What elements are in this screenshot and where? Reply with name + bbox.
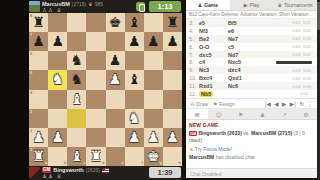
piece-black-bishop[interactable]: ♝ bbox=[128, 13, 141, 32]
rank-label-2: 2 bbox=[30, 129, 32, 133]
file-label-e: e bbox=[121, 161, 123, 165]
nav-flip-board-button[interactable]: ↻ bbox=[299, 101, 304, 107]
move-row-10: 10.Bxc4Qxd10:020:03 bbox=[186, 74, 317, 82]
piece-black-bishop[interactable]: ♝ bbox=[128, 70, 141, 89]
left-dark-gutter bbox=[0, 0, 29, 180]
move-row-6: 6.O-Oc50:010:02 bbox=[186, 43, 317, 51]
piece-white-rook[interactable]: ♜ bbox=[90, 147, 103, 166]
move-4-b[interactable]: e6 bbox=[228, 28, 257, 34]
piece-black-pawn[interactable]: ♟ bbox=[166, 32, 179, 51]
square-f1[interactable]: f bbox=[125, 147, 144, 166]
square-c8[interactable] bbox=[67, 13, 86, 32]
move-number: 4. bbox=[186, 28, 199, 34]
square-a7[interactable]: 7♟ bbox=[29, 32, 48, 51]
game-tab-icon: ♟ bbox=[198, 2, 202, 8]
bottom-player-avatar[interactable] bbox=[29, 167, 40, 178]
star-icon: ★ bbox=[189, 146, 193, 152]
square-b4[interactable] bbox=[48, 90, 67, 109]
square-f3[interactable]: ♞ bbox=[125, 109, 144, 128]
move-row-5: 5.Be2Ne70:020:03 bbox=[186, 35, 317, 43]
piece-black-rook[interactable]: ♜ bbox=[32, 13, 45, 32]
trophy-icon: ♛ bbox=[88, 1, 92, 7]
emotes-tab[interactable]: ☺ bbox=[208, 109, 230, 119]
move-times: 0:010:02 bbox=[292, 44, 317, 49]
move-times: 0:010:01 bbox=[292, 20, 317, 25]
square-f7[interactable]: ♟ bbox=[125, 32, 144, 51]
top-player-clock: 1:13 bbox=[149, 1, 181, 12]
file-label-b: b bbox=[64, 161, 66, 165]
square-f4[interactable] bbox=[125, 90, 144, 109]
resign-button[interactable]: ⚑ Resign bbox=[213, 101, 235, 107]
square-a5[interactable]: 5 bbox=[29, 70, 48, 89]
square-e4[interactable] bbox=[106, 90, 125, 109]
square-f8[interactable]: ♝ bbox=[125, 13, 144, 32]
square-a3[interactable]: 3 bbox=[29, 109, 48, 128]
top-player-bar: MarcusBM (2715) ♛ 985 ♙♙ ♕ 1:13 bbox=[29, 0, 182, 13]
file-label-c: c bbox=[83, 161, 85, 165]
square-e7[interactable] bbox=[106, 32, 125, 51]
move-row-4: 4.Nf3e60:010:02 bbox=[186, 27, 317, 35]
rank-label-5: 5 bbox=[30, 71, 32, 75]
move-row-3: 3.e5Bf50:010:01 bbox=[186, 19, 317, 27]
square-e5[interactable]: ♟ bbox=[106, 70, 125, 89]
square-h6[interactable] bbox=[163, 51, 182, 70]
nav-next-button[interactable]: ▶ bbox=[282, 101, 286, 107]
play-tab-icon: ▶ bbox=[244, 2, 248, 8]
move-12-w[interactable]: Nb5 bbox=[199, 91, 228, 97]
square-g7[interactable]: ♟ bbox=[144, 32, 163, 51]
us-flag-icon bbox=[102, 168, 109, 173]
top-player-trophy-count: 985 bbox=[95, 1, 103, 7]
square-h8[interactable]: ♜ bbox=[163, 13, 182, 32]
move-number: 10. bbox=[186, 75, 199, 81]
rank-label-4: 4 bbox=[30, 91, 32, 95]
nav-prev-button[interactable]: ◀ bbox=[274, 101, 278, 107]
chess-board[interactable]: 8♜♚♝♜7♟♟♟♟♟6♞♟5♞♞♟♝4♝3♞2♟♟♟♟♟1a♜bc♝d♜efg… bbox=[29, 13, 182, 166]
move-11-b[interactable]: Nc6 bbox=[228, 83, 257, 89]
move-navigation: |◀◀▶▶|↻⋮ bbox=[265, 101, 313, 107]
square-h1[interactable]: h bbox=[163, 147, 182, 166]
chat-disabled-notice: MarcusBM has disabled chat bbox=[189, 154, 314, 161]
mobile-indicator-icon bbox=[136, 2, 145, 11]
move-7-b[interactable]: Nd7 bbox=[228, 52, 257, 58]
square-g1[interactable]: g♚ bbox=[144, 147, 163, 166]
piece-white-pawn[interactable]: ♟ bbox=[32, 128, 45, 147]
move-9-b[interactable]: dxc4 bbox=[228, 67, 257, 73]
players-tab[interactable]: ♟ bbox=[251, 109, 273, 119]
square-d1[interactable]: d♜ bbox=[86, 147, 105, 166]
bottom-player-captured-pieces: ♟♟ ♛ bbox=[42, 173, 63, 179]
move-10-w[interactable]: Bxc4 bbox=[199, 75, 228, 81]
piece-white-king[interactable]: ♚ bbox=[147, 147, 160, 166]
square-c1[interactable]: c♝ bbox=[67, 147, 86, 166]
move-times: 0:020:03 bbox=[292, 76, 317, 81]
tab-tournaments[interactable]: ♛Tournaments bbox=[273, 0, 317, 10]
move-times: 0:020:03 bbox=[292, 36, 317, 41]
square-e6[interactable]: ♟ bbox=[106, 51, 125, 70]
move-number: 9. bbox=[186, 67, 199, 73]
square-c7[interactable] bbox=[67, 32, 86, 51]
share-tab[interactable]: ↗ bbox=[273, 109, 295, 119]
square-b6[interactable] bbox=[48, 51, 67, 70]
focus-mode-tip[interactable]: ★ Try Focus Mode! bbox=[189, 146, 314, 153]
square-g8[interactable] bbox=[144, 13, 163, 32]
square-e2[interactable] bbox=[106, 128, 125, 147]
piece-white-pawn[interactable]: ♟ bbox=[51, 128, 64, 147]
rank-label-8: 8 bbox=[30, 14, 32, 18]
draw-icon: ½ bbox=[190, 101, 195, 107]
piece-white-pawn[interactable]: ♟ bbox=[166, 128, 179, 147]
square-c2[interactable] bbox=[67, 128, 86, 147]
chat-game-info: GMBingsworth (2633) vs. MarcusBM (2715) … bbox=[189, 130, 314, 144]
settings-tab[interactable]: ⚙ bbox=[295, 109, 317, 119]
piece-white-pawn[interactable]: ♟ bbox=[109, 70, 122, 89]
piece-black-pawn[interactable]: ♟ bbox=[109, 51, 122, 70]
opening-name: B12 Caro-Kann Defense: Advance Variation… bbox=[186, 11, 317, 19]
chat-black-player[interactable]: MarcusBM (2715) bbox=[251, 130, 292, 136]
game-controls-toolbar: ½ Draw ⚑ Resign |◀◀▶▶|↻⋮ bbox=[186, 98, 317, 109]
square-h5[interactable] bbox=[163, 70, 182, 89]
piece-black-pawn[interactable]: ♟ bbox=[128, 32, 141, 51]
piece-black-pawn[interactable]: ♟ bbox=[32, 32, 45, 51]
move-number: 3. bbox=[186, 20, 199, 26]
tournaments-tab-icon: ♛ bbox=[277, 2, 281, 8]
square-c4[interactable]: ♝ bbox=[67, 90, 86, 109]
rank-label-3: 3 bbox=[30, 110, 32, 114]
square-d4[interactable] bbox=[86, 90, 105, 109]
bottom-player-rating: (2633) bbox=[86, 167, 100, 173]
file-label-a: a bbox=[45, 161, 47, 165]
square-d6[interactable] bbox=[86, 51, 105, 70]
piece-black-king[interactable]: ♚ bbox=[109, 13, 122, 32]
piece-black-rook[interactable]: ♜ bbox=[166, 13, 179, 32]
square-c6[interactable]: ♞ bbox=[67, 51, 86, 70]
square-h2[interactable]: ♟ bbox=[163, 128, 182, 147]
move-times: 0:05 bbox=[300, 91, 317, 96]
chat-tab-strip: ✉☺⚑♟↗⚙ bbox=[186, 109, 317, 120]
piece-white-rook[interactable]: ♜ bbox=[32, 147, 45, 166]
square-h3[interactable] bbox=[163, 109, 182, 128]
piece-white-pawn[interactable]: ♟ bbox=[128, 128, 141, 147]
move-7-w[interactable]: dxc5 bbox=[199, 52, 228, 58]
square-h4[interactable] bbox=[163, 90, 182, 109]
piece-black-pawn[interactable]: ♟ bbox=[51, 32, 64, 51]
chat-gm-badge: GM bbox=[189, 131, 197, 136]
square-b2[interactable]: ♟ bbox=[48, 128, 67, 147]
move-row-11: 11.Rxd1Nc60:040:06 bbox=[186, 82, 317, 90]
piece-black-knight[interactable]: ♞ bbox=[71, 51, 84, 70]
file-label-d: d bbox=[102, 161, 104, 165]
piece-white-knight[interactable]: ♞ bbox=[128, 109, 141, 128]
bottom-player-clock: 1:39 bbox=[149, 167, 181, 178]
square-b7[interactable]: ♟ bbox=[48, 32, 67, 51]
move-6-w[interactable]: O-O bbox=[199, 44, 228, 50]
chat-input[interactable]: Chat Disabled bbox=[186, 168, 317, 178]
square-c5[interactable]: ♞ bbox=[67, 70, 86, 89]
move-10-b[interactable]: Qxd1 bbox=[228, 75, 257, 81]
chat-area: NEW GAME GMBingsworth (2633) vs. MarcusB… bbox=[186, 120, 317, 165]
top-player-rating: (2715) bbox=[72, 1, 86, 7]
square-d2[interactable] bbox=[86, 128, 105, 147]
move-5-w[interactable]: Be2 bbox=[199, 36, 228, 42]
move-list: 3.e5Bf50:010:014.Nf3e60:010:025.Be2Ne70:… bbox=[186, 19, 317, 98]
top-player-avatar[interactable] bbox=[29, 1, 40, 12]
move-duration-bar bbox=[276, 61, 312, 64]
move-times: 0:030:05 bbox=[292, 68, 317, 73]
square-a4[interactable]: 4 bbox=[29, 90, 48, 109]
square-g4[interactable] bbox=[144, 90, 163, 109]
square-a1[interactable]: 1a♜ bbox=[29, 147, 48, 166]
rank-label-1: 1 bbox=[30, 148, 32, 152]
piece-white-bishop[interactable]: ♝ bbox=[71, 90, 84, 109]
nav-first-button[interactable]: |◀ bbox=[265, 101, 271, 107]
draw-button[interactable]: ½ Draw bbox=[190, 101, 208, 107]
tab-play[interactable]: ▶Play bbox=[230, 0, 274, 10]
move-6-b[interactable]: c5 bbox=[228, 44, 257, 50]
tab-game[interactable]: ♟Game bbox=[186, 0, 230, 10]
move-number: 11. bbox=[186, 83, 199, 89]
bottom-player-bar: GM Bingsworth (2633) ♟♟ ♛ 1:39 bbox=[29, 166, 182, 180]
move-8-b[interactable]: Nxc5 bbox=[228, 59, 257, 65]
square-d7[interactable] bbox=[86, 32, 105, 51]
move-8-w[interactable]: c4 bbox=[199, 59, 228, 65]
square-d8[interactable] bbox=[86, 13, 105, 32]
move-5-b[interactable]: Ne7 bbox=[228, 36, 257, 42]
square-a8[interactable]: 8♜ bbox=[29, 13, 48, 32]
piece-white-bishop[interactable]: ♝ bbox=[71, 147, 84, 166]
square-b8[interactable] bbox=[48, 13, 67, 32]
move-number: 12. bbox=[186, 91, 199, 97]
rank-label-6: 6 bbox=[30, 52, 32, 56]
move-4-w[interactable]: Nf3 bbox=[199, 28, 228, 34]
square-b5[interactable]: ♞ bbox=[48, 70, 67, 89]
move-number: 7. bbox=[186, 52, 199, 58]
rank-label-7: 7 bbox=[30, 33, 32, 37]
square-f5[interactable]: ♝ bbox=[125, 70, 144, 89]
square-g6[interactable] bbox=[144, 51, 163, 70]
piece-black-knight[interactable]: ♞ bbox=[71, 70, 84, 89]
side-panel: ♟Game▶Play♛Tournaments B12 Caro-Kann Def… bbox=[186, 0, 317, 178]
move-number: 5. bbox=[186, 36, 199, 42]
move-9-w[interactable]: Nc3 bbox=[199, 67, 228, 73]
move-3-b[interactable]: Bf5 bbox=[228, 20, 257, 26]
chess-app-window: MarcusBM (2715) ♛ 985 ♙♙ ♕ 1:13 8♜♚♝♜7♟♟… bbox=[0, 0, 320, 180]
file-label-g: g bbox=[159, 161, 161, 165]
piece-black-pawn[interactable]: ♟ bbox=[147, 32, 160, 51]
square-h7[interactable]: ♟ bbox=[163, 32, 182, 51]
chat-new-game-header: NEW GAME bbox=[189, 122, 314, 129]
chat-tab[interactable]: ✉ bbox=[186, 109, 208, 119]
move-row-8: 8.c4Nxc5 bbox=[186, 58, 317, 66]
square-f6[interactable] bbox=[125, 51, 144, 70]
square-e8[interactable]: ♚ bbox=[106, 13, 125, 32]
file-label-f: f bbox=[141, 161, 142, 165]
file-label-h: h bbox=[179, 161, 181, 165]
square-g3[interactable] bbox=[144, 109, 163, 128]
move-times: 0:040:06 bbox=[292, 84, 317, 89]
square-e3[interactable] bbox=[106, 109, 125, 128]
move-row-12: 12.Nb50:05 bbox=[186, 90, 317, 98]
piece-white-knight[interactable]: ♞ bbox=[51, 70, 64, 89]
move-number: 8. bbox=[186, 59, 199, 65]
square-g5[interactable] bbox=[144, 70, 163, 89]
nav-last-button[interactable]: ▶| bbox=[290, 101, 296, 107]
square-a6[interactable]: 6 bbox=[29, 51, 48, 70]
flag-tab[interactable]: ⚑ bbox=[230, 109, 252, 119]
square-g2[interactable]: ♟ bbox=[144, 128, 163, 147]
piece-white-pawn[interactable]: ♟ bbox=[147, 128, 160, 147]
chat-white-player[interactable]: Bingsworth (2633) bbox=[198, 130, 241, 136]
square-f2[interactable]: ♟ bbox=[125, 128, 144, 147]
square-e1[interactable]: e bbox=[106, 147, 125, 166]
move-row-9: 9.Nc3dxc40:030:05 bbox=[186, 66, 317, 74]
nav-more-options-button[interactable]: ⋮ bbox=[308, 101, 314, 107]
square-d5[interactable] bbox=[86, 70, 105, 89]
square-c3[interactable] bbox=[67, 109, 86, 128]
resign-flag-icon: ⚑ bbox=[213, 101, 217, 107]
panel-tabs: ♟Game▶Play♛Tournaments bbox=[186, 0, 317, 11]
square-a2[interactable]: 2♟ bbox=[29, 128, 48, 147]
square-b3[interactable] bbox=[48, 109, 67, 128]
move-times: 0:030:02 bbox=[292, 52, 317, 57]
move-3-w[interactable]: e5 bbox=[199, 20, 228, 26]
move-times: 0:010:02 bbox=[292, 28, 317, 33]
square-d3[interactable] bbox=[86, 109, 105, 128]
move-row-7: 7.dxc5Nd70:030:02 bbox=[186, 51, 317, 59]
move-11-w[interactable]: Rxd1 bbox=[199, 83, 228, 89]
square-b1[interactable]: b bbox=[48, 147, 67, 166]
move-number: 6. bbox=[186, 44, 199, 50]
